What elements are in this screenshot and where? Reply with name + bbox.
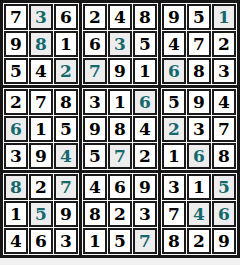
cell-r6c7[interactable]: 1: [162, 143, 186, 169]
cell-r5c8[interactable]: 3: [187, 116, 211, 142]
cell-r6c2[interactable]: 9: [29, 143, 53, 169]
cell-r2c7[interactable]: 4: [162, 31, 186, 57]
cell-r7c1-given[interactable]: 8: [4, 174, 28, 200]
box-r3c1: 827159463: [3, 173, 79, 255]
cell-r9c9[interactable]: 9: [212, 228, 236, 254]
box-r1c2: 248635791: [82, 3, 158, 85]
cell-r6c4[interactable]: 5: [83, 143, 107, 169]
cell-r6c3-given[interactable]: 4: [54, 143, 78, 169]
cell-r9c3[interactable]: 3: [54, 228, 78, 254]
cell-r6c9[interactable]: 8: [212, 143, 236, 169]
cell-r7c3-given[interactable]: 7: [54, 174, 78, 200]
cell-r9c7[interactable]: 8: [162, 228, 186, 254]
cell-r3c5[interactable]: 9: [108, 58, 132, 84]
sudoku-board: 7369815422486357919514726832786153943169…: [0, 0, 240, 258]
cell-r9c4[interactable]: 1: [83, 228, 107, 254]
box-r2c3: 594237168: [161, 88, 237, 170]
cell-r8c2-given[interactable]: 5: [29, 201, 53, 227]
cell-r7c9-given[interactable]: 5: [212, 174, 236, 200]
cell-r8c9-given[interactable]: 6: [212, 201, 236, 227]
cell-r5c2[interactable]: 1: [29, 116, 53, 142]
cell-r2c8[interactable]: 7: [187, 31, 211, 57]
cell-r3c4-given[interactable]: 7: [83, 58, 107, 84]
box-r2c2: 316984572: [82, 88, 158, 170]
cell-r1c1[interactable]: 7: [4, 4, 28, 30]
cell-r6c1[interactable]: 3: [4, 143, 28, 169]
cell-r4c6-given[interactable]: 6: [133, 89, 157, 115]
cell-r9c6-given[interactable]: 7: [133, 228, 157, 254]
cell-r5c7-given[interactable]: 2: [162, 116, 186, 142]
cell-r2c3[interactable]: 1: [54, 31, 78, 57]
cell-r7c7[interactable]: 3: [162, 174, 186, 200]
cell-r4c7[interactable]: 5: [162, 89, 186, 115]
cell-r4c5[interactable]: 1: [108, 89, 132, 115]
cell-r1c5[interactable]: 4: [108, 4, 132, 30]
box-r3c3: 315746829: [161, 173, 237, 255]
cell-r4c1[interactable]: 2: [4, 89, 28, 115]
cell-r3c3-given[interactable]: 2: [54, 58, 78, 84]
cell-r2c5-given[interactable]: 3: [108, 31, 132, 57]
box-r1c3: 951472683: [161, 3, 237, 85]
cell-r9c5[interactable]: 5: [108, 228, 132, 254]
cell-r3c9[interactable]: 3: [212, 58, 236, 84]
cell-r9c8[interactable]: 2: [187, 228, 211, 254]
cell-r5c9[interactable]: 7: [212, 116, 236, 142]
cell-r2c6[interactable]: 5: [133, 31, 157, 57]
cell-r8c1[interactable]: 1: [4, 201, 28, 227]
cell-r1c9-given[interactable]: 1: [212, 4, 236, 30]
cell-r7c2[interactable]: 2: [29, 174, 53, 200]
cell-r4c3[interactable]: 8: [54, 89, 78, 115]
cell-r2c4[interactable]: 6: [83, 31, 107, 57]
cell-r5c4[interactable]: 9: [83, 116, 107, 142]
cell-r5c1-given[interactable]: 6: [4, 116, 28, 142]
cell-r4c2[interactable]: 7: [29, 89, 53, 115]
cell-r7c4[interactable]: 4: [83, 174, 107, 200]
cell-r1c8[interactable]: 5: [187, 4, 211, 30]
cell-r2c9[interactable]: 2: [212, 31, 236, 57]
cell-r7c5[interactable]: 6: [108, 174, 132, 200]
cell-r3c6[interactable]: 1: [133, 58, 157, 84]
cell-r5c6[interactable]: 4: [133, 116, 157, 142]
cell-r1c2-given[interactable]: 3: [29, 4, 53, 30]
box-r1c1: 736981542: [3, 3, 79, 85]
cell-r3c2[interactable]: 4: [29, 58, 53, 84]
cell-r4c4[interactable]: 3: [83, 89, 107, 115]
cell-r5c3[interactable]: 5: [54, 116, 78, 142]
cell-r3c8[interactable]: 8: [187, 58, 211, 84]
cell-r7c8[interactable]: 1: [187, 174, 211, 200]
cell-r6c8-given[interactable]: 6: [187, 143, 211, 169]
cell-r1c4[interactable]: 2: [83, 4, 107, 30]
cell-r7c6[interactable]: 9: [133, 174, 157, 200]
cell-r9c1[interactable]: 4: [4, 228, 28, 254]
cell-r3c7-given[interactable]: 6: [162, 58, 186, 84]
cell-r1c6[interactable]: 8: [133, 4, 157, 30]
cell-r1c7[interactable]: 9: [162, 4, 186, 30]
cell-r4c8[interactable]: 9: [187, 89, 211, 115]
cell-r8c6[interactable]: 3: [133, 201, 157, 227]
cell-r8c8-given[interactable]: 4: [187, 201, 211, 227]
box-r3c2: 469823157: [82, 173, 158, 255]
cell-r6c6[interactable]: 2: [133, 143, 157, 169]
cell-r2c2-given[interactable]: 8: [29, 31, 53, 57]
cell-r8c7[interactable]: 7: [162, 201, 186, 227]
cell-r8c4[interactable]: 8: [83, 201, 107, 227]
cell-r8c5[interactable]: 2: [108, 201, 132, 227]
cell-r9c2[interactable]: 6: [29, 228, 53, 254]
cell-r1c3[interactable]: 6: [54, 4, 78, 30]
cell-r8c3[interactable]: 9: [54, 201, 78, 227]
box-r2c1: 278615394: [3, 88, 79, 170]
cell-r6c5-given[interactable]: 7: [108, 143, 132, 169]
cell-r3c1[interactable]: 5: [4, 58, 28, 84]
cell-r2c1[interactable]: 9: [4, 31, 28, 57]
cell-r4c9[interactable]: 4: [212, 89, 236, 115]
cell-r5c5[interactable]: 8: [108, 116, 132, 142]
